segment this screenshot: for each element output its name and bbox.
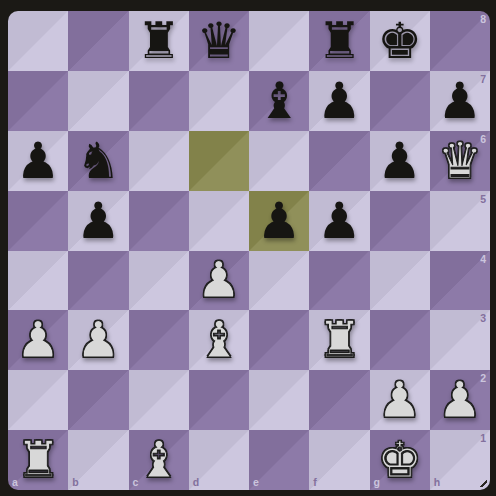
square-f1[interactable]: f <box>309 430 369 490</box>
square-a6[interactable]: ♟ <box>8 131 68 191</box>
page-background: { "game": "chess", "position": { "fen": … <box>0 0 496 496</box>
white-pawn[interactable]: ♟ <box>16 315 61 365</box>
square-h2[interactable]: ♟2 <box>430 370 490 430</box>
square-b2[interactable] <box>68 370 128 430</box>
square-a3[interactable]: ♟ <box>8 310 68 370</box>
square-a8[interactable] <box>8 11 68 71</box>
black-pawn[interactable]: ♟ <box>16 136 61 186</box>
black-rook[interactable]: ♜ <box>317 16 362 66</box>
rank-label-3: 3 <box>480 312 486 324</box>
black-king[interactable]: ♚ <box>377 16 422 66</box>
square-d8[interactable]: ♛ <box>189 11 249 71</box>
black-pawn[interactable]: ♟ <box>76 196 121 246</box>
square-g3[interactable] <box>370 310 430 370</box>
file-label-h: h <box>434 476 440 488</box>
square-f7[interactable]: ♟ <box>309 71 369 131</box>
square-e1[interactable]: e <box>249 430 309 490</box>
black-bishop[interactable]: ♝ <box>257 76 302 126</box>
square-c4[interactable] <box>129 251 189 311</box>
square-a2[interactable] <box>8 370 68 430</box>
white-bishop[interactable]: ♝ <box>196 315 241 365</box>
black-queen[interactable]: ♛ <box>196 16 241 66</box>
black-rook[interactable]: ♜ <box>136 16 181 66</box>
square-a7[interactable] <box>8 71 68 131</box>
square-b6[interactable]: ♞ <box>68 131 128 191</box>
square-g6[interactable]: ♟ <box>370 131 430 191</box>
square-f4[interactable] <box>309 251 369 311</box>
square-c6[interactable] <box>129 131 189 191</box>
white-rook[interactable]: ♜ <box>317 315 362 365</box>
rank-label-8: 8 <box>480 13 486 25</box>
square-d6[interactable] <box>189 131 249 191</box>
square-e7[interactable]: ♝ <box>249 71 309 131</box>
square-f2[interactable] <box>309 370 369 430</box>
square-d5[interactable] <box>189 191 249 251</box>
square-a5[interactable] <box>8 191 68 251</box>
file-label-b: b <box>72 476 78 488</box>
square-h1[interactable]: 1h <box>430 430 490 490</box>
black-pawn[interactable]: ♟ <box>377 136 422 186</box>
square-g4[interactable] <box>370 251 430 311</box>
rank-label-4: 4 <box>480 253 486 265</box>
square-b3[interactable]: ♟ <box>68 310 128 370</box>
square-h8[interactable]: 8 <box>430 11 490 71</box>
square-c7[interactable] <box>129 71 189 131</box>
chess-board: ♜♛♜♚8♝♟♟7♟♞♟♛6♟♟♟5♟4♟♟♝♜3♟♟2♜ab♝cdef♚g1h <box>8 11 490 490</box>
square-b1[interactable]: b <box>68 430 128 490</box>
square-a1[interactable]: ♜a <box>8 430 68 490</box>
square-b4[interactable] <box>68 251 128 311</box>
square-f6[interactable] <box>309 131 369 191</box>
square-d4[interactable]: ♟ <box>189 251 249 311</box>
square-g7[interactable] <box>370 71 430 131</box>
square-h5[interactable]: 5 <box>430 191 490 251</box>
square-e3[interactable] <box>249 310 309 370</box>
square-e4[interactable] <box>249 251 309 311</box>
square-f5[interactable]: ♟ <box>309 191 369 251</box>
square-f8[interactable]: ♜ <box>309 11 369 71</box>
square-f3[interactable]: ♜ <box>309 310 369 370</box>
white-rook[interactable]: ♜ <box>16 435 61 485</box>
rank-label-1: 1 <box>480 432 486 444</box>
square-e5[interactable]: ♟ <box>249 191 309 251</box>
square-b8[interactable] <box>68 11 128 71</box>
square-h6[interactable]: ♛6 <box>430 131 490 191</box>
square-d7[interactable] <box>189 71 249 131</box>
black-pawn[interactable]: ♟ <box>257 196 302 246</box>
white-bishop[interactable]: ♝ <box>136 435 181 485</box>
board-resize-handle-icon[interactable] <box>475 475 487 487</box>
square-c2[interactable] <box>129 370 189 430</box>
square-g2[interactable]: ♟ <box>370 370 430 430</box>
file-label-d: d <box>193 476 199 488</box>
square-g1[interactable]: ♚g <box>370 430 430 490</box>
square-b7[interactable] <box>68 71 128 131</box>
white-pawn[interactable]: ♟ <box>377 375 422 425</box>
file-label-e: e <box>253 476 259 488</box>
square-g5[interactable] <box>370 191 430 251</box>
white-pawn[interactable]: ♟ <box>76 315 121 365</box>
file-label-f: f <box>313 476 317 488</box>
square-b5[interactable]: ♟ <box>68 191 128 251</box>
black-knight[interactable]: ♞ <box>76 136 121 186</box>
black-pawn[interactable]: ♟ <box>437 76 482 126</box>
square-c5[interactable] <box>129 191 189 251</box>
square-e6[interactable] <box>249 131 309 191</box>
square-d3[interactable]: ♝ <box>189 310 249 370</box>
square-c1[interactable]: ♝c <box>129 430 189 490</box>
square-d2[interactable] <box>189 370 249 430</box>
white-queen[interactable]: ♛ <box>437 136 482 186</box>
white-pawn[interactable]: ♟ <box>196 255 241 305</box>
square-c8[interactable]: ♜ <box>129 11 189 71</box>
square-h4[interactable]: 4 <box>430 251 490 311</box>
square-a4[interactable] <box>8 251 68 311</box>
black-pawn[interactable]: ♟ <box>317 76 362 126</box>
square-d1[interactable]: d <box>189 430 249 490</box>
square-g8[interactable]: ♚ <box>370 11 430 71</box>
black-pawn[interactable]: ♟ <box>317 196 362 246</box>
square-e8[interactable] <box>249 11 309 71</box>
square-h3[interactable]: 3 <box>430 310 490 370</box>
white-king[interactable]: ♚ <box>377 435 422 485</box>
square-h7[interactable]: ♟7 <box>430 71 490 131</box>
rank-label-5: 5 <box>480 193 486 205</box>
square-c3[interactable] <box>129 310 189 370</box>
white-pawn[interactable]: ♟ <box>437 375 482 425</box>
square-e2[interactable] <box>249 370 309 430</box>
